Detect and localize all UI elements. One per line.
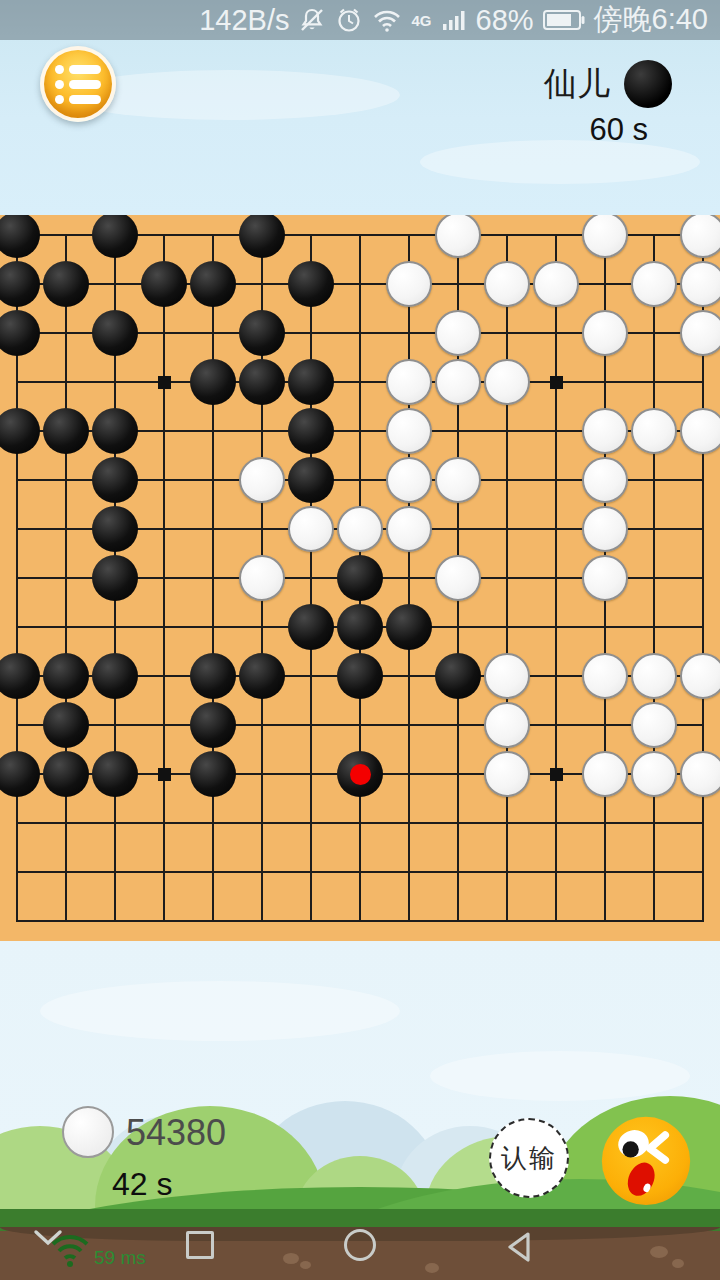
opponent-black-stone-icon bbox=[624, 60, 672, 108]
white-stone bbox=[435, 359, 481, 405]
player-timer: 42 s bbox=[112, 1166, 172, 1203]
white-stone bbox=[582, 555, 628, 601]
white-stone bbox=[435, 457, 481, 503]
white-stone bbox=[435, 215, 481, 258]
black-stone bbox=[190, 702, 236, 748]
latency-text: 59 ms bbox=[94, 1247, 146, 1269]
white-stone bbox=[680, 215, 720, 258]
grid-line bbox=[16, 920, 704, 922]
black-stone bbox=[288, 604, 334, 650]
opponent-info: 仙儿 bbox=[0, 60, 672, 108]
black-stone bbox=[92, 653, 138, 699]
white-stone bbox=[239, 457, 285, 503]
wink-face-icon bbox=[598, 1112, 694, 1208]
black-stone bbox=[92, 506, 138, 552]
white-stone bbox=[386, 457, 432, 503]
white-stone bbox=[582, 653, 628, 699]
opponent-timer: 60 s bbox=[0, 112, 648, 148]
black-stone bbox=[92, 408, 138, 454]
star-point bbox=[158, 376, 171, 389]
white-stone bbox=[435, 555, 481, 601]
back-triangle-icon bbox=[502, 1230, 536, 1264]
resign-label: 认输 bbox=[501, 1141, 557, 1176]
white-stone bbox=[484, 359, 530, 405]
white-stone bbox=[631, 702, 677, 748]
pebble bbox=[300, 1261, 311, 1269]
white-stone bbox=[582, 457, 628, 503]
black-stone bbox=[0, 751, 40, 797]
clock-text: 傍晚6:40 bbox=[594, 0, 708, 40]
alarm-icon bbox=[335, 6, 363, 34]
grid-line bbox=[16, 871, 704, 873]
black-stone bbox=[0, 408, 40, 454]
white-stone bbox=[386, 506, 432, 552]
battery-icon bbox=[543, 8, 585, 32]
pebble bbox=[672, 1259, 684, 1268]
white-stone bbox=[386, 261, 432, 307]
black-stone bbox=[337, 604, 383, 650]
black-stone bbox=[43, 653, 89, 699]
white-stone bbox=[484, 751, 530, 797]
black-stone bbox=[0, 261, 40, 307]
white-stone bbox=[484, 702, 530, 748]
mute-icon bbox=[298, 6, 326, 34]
black-stone bbox=[43, 702, 89, 748]
black-stone bbox=[92, 215, 138, 258]
grid-line bbox=[555, 234, 557, 922]
black-stone bbox=[0, 653, 40, 699]
wifi-icon bbox=[372, 6, 402, 34]
status-bar: 142B/s 4G 68% 傍晚6:40 bbox=[0, 0, 720, 40]
white-stone bbox=[680, 310, 720, 356]
white-stone bbox=[631, 261, 677, 307]
white-stone bbox=[582, 751, 628, 797]
black-stone bbox=[141, 261, 187, 307]
black-stone bbox=[92, 457, 138, 503]
black-stone bbox=[92, 310, 138, 356]
player-rating: 54380 bbox=[126, 1112, 226, 1154]
black-stone bbox=[92, 751, 138, 797]
star-point bbox=[550, 768, 563, 781]
white-stone bbox=[631, 653, 677, 699]
black-stone bbox=[239, 653, 285, 699]
black-stone bbox=[239, 359, 285, 405]
wink-emoji-button[interactable] bbox=[598, 1112, 694, 1208]
black-stone bbox=[288, 408, 334, 454]
black-stone bbox=[43, 408, 89, 454]
black-stone bbox=[337, 653, 383, 699]
black-stone bbox=[288, 359, 334, 405]
white-stone bbox=[533, 261, 579, 307]
black-stone bbox=[0, 215, 40, 258]
black-stone bbox=[239, 310, 285, 356]
black-stone bbox=[190, 261, 236, 307]
white-stone bbox=[680, 751, 720, 797]
grid-line bbox=[408, 234, 410, 922]
latency-wifi-icon bbox=[47, 1230, 93, 1274]
white-stone bbox=[484, 653, 530, 699]
network-type-label: 4G bbox=[411, 13, 431, 28]
pebble bbox=[650, 1246, 668, 1258]
pebble bbox=[425, 1263, 439, 1273]
grid-line bbox=[16, 822, 704, 824]
app-screen: 142B/s 4G 68% 傍晚6:40 仙儿 60 s bbox=[0, 0, 720, 1280]
black-stone bbox=[43, 751, 89, 797]
black-stone bbox=[190, 653, 236, 699]
white-stone bbox=[239, 555, 285, 601]
white-stone bbox=[386, 359, 432, 405]
player-white-stone-icon bbox=[62, 1106, 114, 1158]
resign-button[interactable]: 认输 bbox=[489, 1118, 569, 1198]
black-stone bbox=[435, 653, 481, 699]
white-stone bbox=[435, 310, 481, 356]
white-stone bbox=[386, 408, 432, 454]
grid-line bbox=[506, 234, 508, 922]
nav-recents-button[interactable] bbox=[186, 1231, 214, 1259]
white-stone bbox=[680, 408, 720, 454]
battery-percent-text: 68% bbox=[476, 4, 534, 37]
white-stone bbox=[582, 506, 628, 552]
white-stone bbox=[337, 506, 383, 552]
opponent-name: 仙儿 bbox=[544, 62, 610, 107]
black-stone bbox=[288, 457, 334, 503]
white-stone bbox=[484, 261, 530, 307]
white-stone bbox=[631, 751, 677, 797]
black-stone bbox=[0, 310, 40, 356]
grid-line bbox=[653, 234, 655, 922]
black-stone bbox=[386, 604, 432, 650]
grid-line bbox=[16, 724, 704, 726]
black-stone bbox=[239, 215, 285, 258]
white-stone bbox=[288, 506, 334, 552]
white-stone bbox=[680, 653, 720, 699]
black-stone bbox=[288, 261, 334, 307]
last-move-marker bbox=[350, 764, 371, 785]
white-stone bbox=[582, 408, 628, 454]
cloud-wisp bbox=[430, 1051, 690, 1101]
white-stone bbox=[582, 310, 628, 356]
black-stone bbox=[43, 261, 89, 307]
white-stone bbox=[680, 261, 720, 307]
black-stone bbox=[190, 751, 236, 797]
white-stone bbox=[631, 408, 677, 454]
nav-home-button[interactable] bbox=[344, 1229, 376, 1261]
cloud-wisp bbox=[40, 981, 400, 1041]
star-point bbox=[550, 376, 563, 389]
black-stone bbox=[337, 555, 383, 601]
nav-back-button[interactable] bbox=[502, 1230, 536, 1268]
signal-icon bbox=[441, 7, 467, 33]
star-point bbox=[158, 768, 171, 781]
black-stone bbox=[92, 555, 138, 601]
go-board[interactable] bbox=[0, 215, 720, 941]
black-stone bbox=[190, 359, 236, 405]
pebble bbox=[283, 1253, 299, 1264]
white-stone bbox=[582, 215, 628, 258]
net-speed-text: 142B/s bbox=[199, 4, 289, 37]
